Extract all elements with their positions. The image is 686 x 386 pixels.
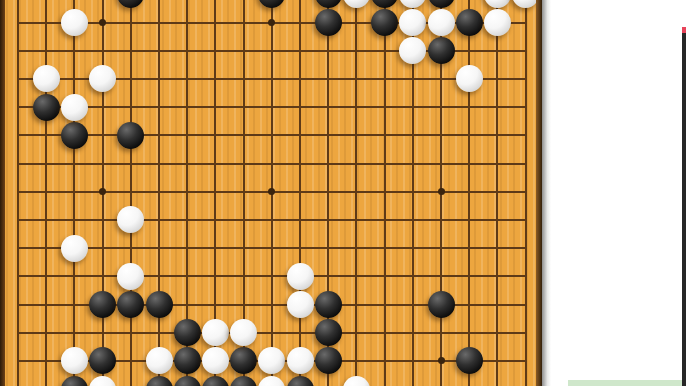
stone-black[interactable] [456,347,483,374]
stone-black[interactable] [174,347,201,374]
stone-white[interactable] [287,263,314,290]
grid-line-vertical [73,0,75,386]
panel-bottom-bar [568,380,682,386]
stone-black[interactable] [202,376,229,386]
stone-white[interactable] [484,9,511,36]
video-frame [0,0,686,386]
stone-white[interactable] [287,347,314,374]
stone-black[interactable] [61,122,88,149]
grid-line-vertical [496,0,498,386]
stone-white[interactable] [399,0,426,8]
side-panel [551,0,682,386]
stone-white[interactable] [61,9,88,36]
stone-black[interactable] [456,9,483,36]
stone-black[interactable] [61,376,88,386]
grid-line-vertical [468,0,470,386]
screen-right-edge-strip [682,0,686,386]
grid-line-vertical [130,0,132,386]
stone-white[interactable] [117,206,144,233]
star-point [268,188,275,195]
edge-dark-strip [682,33,686,386]
stone-black[interactable] [315,9,342,36]
stone-black[interactable] [428,37,455,64]
grid-line-horizontal [17,247,527,249]
grid-line-horizontal [17,332,527,334]
star-point [99,19,106,26]
stone-black[interactable] [146,376,173,386]
stone-white[interactable] [202,319,229,346]
grid-line-horizontal [17,219,527,221]
star-point [99,188,106,195]
stone-black[interactable] [117,122,144,149]
stone-black[interactable] [33,94,60,121]
stone-white[interactable] [230,319,257,346]
stone-white[interactable] [456,65,483,92]
stone-black[interactable] [287,376,314,386]
stone-black[interactable] [371,0,398,8]
stone-white[interactable] [89,376,116,386]
stone-white[interactable] [258,376,285,386]
star-point [438,188,445,195]
stone-black[interactable] [89,347,116,374]
star-point [268,19,275,26]
stone-black[interactable] [117,291,144,318]
board-left-edge [0,0,5,386]
stone-black[interactable] [117,0,144,8]
star-point [438,357,445,364]
stone-black[interactable] [146,291,173,318]
grid-line-vertical [355,0,357,386]
stone-black[interactable] [258,0,285,8]
stone-white[interactable] [61,235,88,262]
stone-white[interactable] [399,37,426,64]
grid-line-horizontal [17,163,527,165]
stone-black[interactable] [428,0,455,8]
grid-line-vertical [158,0,160,386]
board-surface[interactable] [0,0,542,386]
grid-line-vertical [384,0,386,386]
grid-line-horizontal [17,106,527,108]
grid-line-vertical [525,0,527,386]
grid-line-horizontal [17,134,527,136]
stone-black[interactable] [428,291,455,318]
stone-black[interactable] [89,291,116,318]
red-marker [682,27,686,33]
stone-black[interactable] [230,376,257,386]
stone-black[interactable] [230,347,257,374]
stone-black[interactable] [174,376,201,386]
stone-black[interactable] [315,0,342,8]
stone-white[interactable] [343,0,370,8]
stone-white[interactable] [343,376,370,386]
stone-white[interactable] [484,0,511,8]
stone-white[interactable] [61,347,88,374]
stone-white[interactable] [287,291,314,318]
stone-black[interactable] [174,319,201,346]
grid-line-vertical [299,0,301,386]
grid-line-horizontal [17,275,527,277]
stone-white[interactable] [33,65,60,92]
stone-white[interactable] [202,347,229,374]
stone-white[interactable] [428,9,455,36]
stone-black[interactable] [315,291,342,318]
stone-white[interactable] [117,263,144,290]
stone-black[interactable] [371,9,398,36]
stone-white[interactable] [89,65,116,92]
stone-white[interactable] [61,94,88,121]
grid-line-vertical [17,0,19,386]
stone-white[interactable] [258,347,285,374]
stone-black[interactable] [315,319,342,346]
stone-white[interactable] [146,347,173,374]
grid-line-vertical [45,0,47,386]
stone-white[interactable] [399,9,426,36]
stone-black[interactable] [315,347,342,374]
panel-shadow [542,0,551,386]
